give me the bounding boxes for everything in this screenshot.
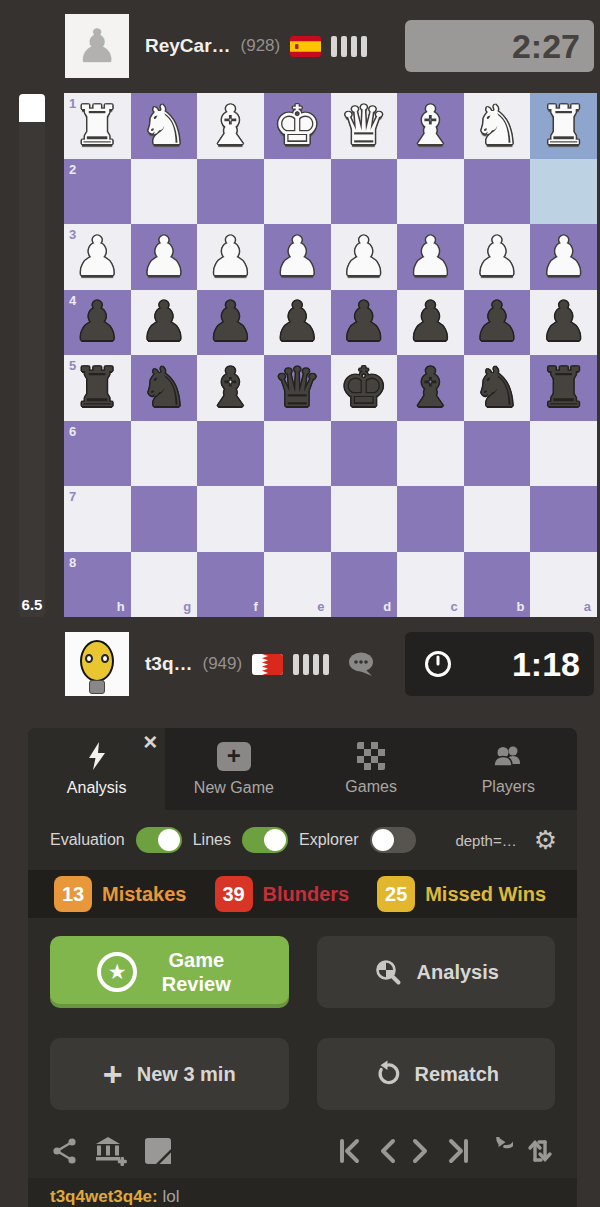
last-move-icon[interactable] — [445, 1137, 471, 1165]
evaluation-toggle-label: Evaluation — [50, 831, 125, 849]
blunders-count-badge: 39 — [215, 876, 253, 912]
square-b7[interactable] — [464, 486, 531, 552]
refresh-icon[interactable] — [485, 1137, 513, 1165]
square-f5[interactable]: ♝ — [197, 355, 264, 421]
white-pawn[interactable]: ♟ — [73, 230, 121, 284]
evaluation-score: 6.5 — [19, 596, 45, 613]
avatar[interactable] — [65, 632, 129, 696]
player-rating: (949) — [203, 654, 243, 674]
square-g3[interactable]: ♟ — [131, 224, 198, 290]
square-h1[interactable]: 1♜ — [64, 93, 131, 159]
bottom-player-row: t3q… (949) — [65, 632, 378, 696]
square-c1[interactable]: ♝ — [397, 93, 464, 159]
square-g5[interactable]: ♞ — [131, 355, 198, 421]
square-a5[interactable]: ♜ — [530, 355, 597, 421]
evaluation-toggle[interactable] — [136, 827, 182, 853]
emoji-avatar-icon — [80, 640, 114, 682]
file-label: b — [516, 599, 524, 614]
missed-wins-count-badge: 25 — [377, 876, 415, 912]
white-pawn[interactable]: ♟ — [539, 230, 587, 284]
square-f7[interactable] — [197, 486, 264, 552]
previous-move-icon[interactable] — [377, 1137, 397, 1165]
chat-message-strip[interactable]: t3q4wet3q4e: lol — [28, 1178, 577, 1207]
player-rating: (928) — [241, 36, 281, 56]
square-e2[interactable] — [264, 159, 331, 225]
square-g6[interactable] — [131, 421, 198, 487]
lightning-icon — [84, 741, 110, 771]
tab-games[interactable]: Games — [303, 728, 440, 810]
square-h3[interactable]: 3♟ — [64, 224, 131, 290]
rematch-button[interactable]: Rematch — [317, 1038, 556, 1110]
square-e3[interactable]: ♟ — [264, 224, 331, 290]
square-d6[interactable] — [331, 421, 398, 487]
square-d2[interactable] — [331, 159, 398, 225]
evaluation-bar: 6.5 — [19, 94, 45, 617]
square-c7[interactable] — [397, 486, 464, 552]
new-game-button[interactable]: + New 3 min — [50, 1038, 289, 1110]
tab-label: Analysis — [67, 779, 127, 797]
square-b5[interactable]: ♞ — [464, 355, 531, 421]
square-a8[interactable]: a — [530, 552, 597, 618]
square-a4[interactable]: ♟ — [530, 290, 597, 356]
file-label: e — [317, 599, 324, 614]
player-name[interactable]: ReyCar… — [145, 35, 231, 57]
rank-label: 4 — [69, 293, 76, 308]
star-icon: ★ — [97, 952, 137, 992]
blunders-label: Blunders — [263, 883, 350, 906]
library-add-icon[interactable] — [95, 1136, 127, 1166]
white-pawn[interactable]: ♟ — [406, 230, 454, 284]
square-a3[interactable]: ♟ — [530, 224, 597, 290]
white-pawn[interactable]: ♟ — [206, 230, 254, 284]
square-c2[interactable] — [397, 159, 464, 225]
white-knight[interactable]: ♞ — [473, 99, 521, 153]
pawn-avatar-icon: ♟ — [76, 19, 117, 73]
depth-setting[interactable]: depth=… — [455, 832, 516, 849]
evaluation-bar-white-part — [19, 94, 45, 122]
tab-label: Players — [482, 778, 535, 796]
chat-message: lol — [162, 1187, 179, 1206]
square-b2[interactable] — [464, 159, 531, 225]
connection-bars-icon — [293, 654, 329, 675]
file-label: c — [451, 599, 458, 614]
analysis-magnifier-icon — [373, 957, 403, 987]
checkerboard-icon — [357, 742, 385, 770]
file-label: f — [254, 599, 258, 614]
black-pawn[interactable]: ♟ — [273, 295, 321, 349]
explorer-toggle-label: Explorer — [299, 831, 359, 849]
square-d1[interactable]: ♛ — [331, 93, 398, 159]
square-c3[interactable]: ♟ — [397, 224, 464, 290]
tab-new-game[interactable]: + New Game — [165, 728, 302, 810]
black-bishop[interactable]: ♝ — [406, 361, 454, 415]
rank-label: 8 — [69, 555, 76, 570]
square-e7[interactable] — [264, 486, 331, 552]
square-d8[interactable]: d — [331, 552, 398, 618]
white-queen[interactable]: ♛ — [340, 99, 388, 153]
square-g4[interactable]: ♟ — [131, 290, 198, 356]
gear-icon[interactable]: ⚙ — [534, 825, 557, 855]
analysis-label: Analysis — [417, 961, 499, 984]
rank-label: 7 — [69, 489, 76, 504]
file-label: g — [183, 599, 191, 614]
analysis-controls-row: Evaluation Lines Explorer depth=… ⚙ — [28, 810, 577, 870]
square-h7[interactable]: 7 — [64, 486, 131, 552]
square-b1[interactable]: ♞ — [464, 93, 531, 159]
mistakes-count-badge: 13 — [54, 876, 92, 912]
first-move-icon[interactable] — [337, 1137, 363, 1165]
square-e5[interactable]: ♛ — [264, 355, 331, 421]
square-d7[interactable] — [331, 486, 398, 552]
tab-label: Games — [345, 778, 397, 796]
avatar[interactable]: ♟ — [65, 14, 129, 78]
bottom-toolbar — [28, 1110, 577, 1166]
black-rook[interactable]: ♜ — [539, 361, 587, 415]
share-icon[interactable] — [52, 1137, 78, 1165]
primary-buttons-row: ★ Game Review Analysis — [28, 918, 577, 1008]
player-name[interactable]: t3q… — [145, 653, 193, 675]
explorer-toggle[interactable] — [370, 827, 416, 853]
top-clock-time: 2:27 — [512, 27, 594, 66]
black-king[interactable]: ♚ — [340, 361, 388, 415]
square-d4[interactable]: ♟ — [331, 290, 398, 356]
new-game-label: New 3 min — [137, 1063, 236, 1086]
plus-square-icon: + — [217, 742, 251, 771]
file-label: h — [117, 599, 125, 614]
square-a1[interactable]: ♜ — [530, 93, 597, 159]
square-f2[interactable] — [197, 159, 264, 225]
black-pawn[interactable]: ♟ — [340, 295, 388, 349]
square-f6[interactable] — [197, 421, 264, 487]
square-a2[interactable] — [530, 159, 597, 225]
clock-icon — [423, 649, 453, 679]
black-pawn[interactable]: ♟ — [140, 295, 188, 349]
white-rook[interactable]: ♜ — [73, 99, 121, 153]
rank-label: 6 — [69, 424, 76, 439]
close-icon[interactable]: × — [143, 730, 157, 754]
square-h4[interactable]: 4♟ — [64, 290, 131, 356]
square-c4[interactable]: ♟ — [397, 290, 464, 356]
square-d5[interactable]: ♚ — [331, 355, 398, 421]
tab-label: New Game — [194, 779, 274, 797]
white-pawn[interactable]: ♟ — [340, 230, 388, 284]
white-knight[interactable]: ♞ — [140, 99, 188, 153]
analysis-panel: × Analysis + New Game — [28, 728, 577, 1207]
tab-analysis[interactable]: × Analysis — [28, 728, 165, 810]
black-pawn[interactable]: ♟ — [406, 295, 454, 349]
white-rook[interactable]: ♜ — [539, 99, 587, 153]
game-review-button[interactable]: ★ Game Review — [50, 936, 289, 1008]
connection-bars-icon — [331, 36, 367, 57]
top-player-row: ♟ ReyCar… (928) — [65, 14, 367, 78]
rematch-icon — [373, 1060, 401, 1088]
square-h5[interactable]: 5♜ — [64, 355, 131, 421]
black-rook[interactable]: ♜ — [73, 361, 121, 415]
analysis-button[interactable]: Analysis — [317, 936, 556, 1008]
square-g2[interactable] — [131, 159, 198, 225]
rank-label: 1 — [69, 96, 76, 111]
square-b3[interactable]: ♟ — [464, 224, 531, 290]
black-queen[interactable]: ♛ — [273, 361, 321, 415]
rank-label: 2 — [69, 162, 76, 177]
square-f1[interactable]: ♝ — [197, 93, 264, 159]
lines-toggle-label: Lines — [193, 831, 231, 849]
square-f4[interactable]: ♟ — [197, 290, 264, 356]
mistakes-label: Mistakes — [102, 883, 187, 906]
square-h8[interactable]: 8h — [64, 552, 131, 618]
white-bishop[interactable]: ♝ — [406, 99, 454, 153]
square-g1[interactable]: ♞ — [131, 93, 198, 159]
flip-board-icon[interactable] — [527, 1137, 553, 1165]
white-king[interactable]: ♚ — [273, 99, 321, 153]
top-player-clock: 2:27 — [405, 20, 594, 72]
black-pawn[interactable]: ♟ — [73, 295, 121, 349]
square-b8[interactable]: b — [464, 552, 531, 618]
tab-strip: × Analysis + New Game — [28, 728, 577, 810]
tab-players[interactable]: Players — [440, 728, 577, 810]
black-bishop[interactable]: ♝ — [206, 361, 254, 415]
square-h2[interactable]: 2 — [64, 159, 131, 225]
next-move-icon[interactable] — [411, 1137, 431, 1165]
players-icon — [492, 742, 524, 770]
game-stats-row: 13 Mistakes 39 Blunders 25 Missed Wins — [28, 870, 577, 918]
square-c5[interactable]: ♝ — [397, 355, 464, 421]
black-pawn[interactable]: ♟ — [473, 295, 521, 349]
rank-label: 5 — [69, 358, 76, 373]
square-e1[interactable]: ♚ — [264, 93, 331, 159]
square-c6[interactable] — [397, 421, 464, 487]
square-c8[interactable]: c — [397, 552, 464, 618]
square-e8[interactable]: e — [264, 552, 331, 618]
bahrain-flag-icon — [252, 654, 283, 675]
black-knight[interactable]: ♞ — [473, 361, 521, 415]
white-bishop[interactable]: ♝ — [206, 99, 254, 153]
secondary-buttons-row: + New 3 min Rematch — [28, 1008, 577, 1110]
square-a6[interactable] — [530, 421, 597, 487]
bottom-clock-time: 1:18 — [512, 645, 580, 684]
square-e6[interactable] — [264, 421, 331, 487]
bottom-player-clock: 1:18 — [405, 632, 594, 696]
lines-toggle[interactable] — [242, 827, 288, 853]
chess-board[interactable]: 1♜♞♝♚♛♝♞♜23♟♟♟♟♟♟♟♟4♟♟♟♟♟♟♟♟5♜♞♝♛♚♝♞♜678… — [64, 93, 597, 617]
square-g7[interactable] — [131, 486, 198, 552]
square-h6[interactable]: 6 — [64, 421, 131, 487]
chat-bubble-icon[interactable] — [347, 651, 378, 678]
square-a7[interactable] — [530, 486, 597, 552]
spain-flag-icon — [290, 36, 321, 57]
rematch-label: Rematch — [415, 1063, 499, 1086]
white-pawn[interactable]: ♟ — [473, 230, 521, 284]
file-label: d — [383, 599, 391, 614]
image-icon[interactable] — [144, 1136, 172, 1166]
square-f8[interactable]: f — [197, 552, 264, 618]
chat-username: t3q4wet3q4e: — [50, 1187, 158, 1206]
black-knight[interactable]: ♞ — [140, 361, 188, 415]
square-b4[interactable]: ♟ — [464, 290, 531, 356]
square-e4[interactable]: ♟ — [264, 290, 331, 356]
missed-wins-label: Missed Wins — [425, 883, 546, 906]
white-pawn[interactable]: ♟ — [140, 230, 188, 284]
square-d3[interactable]: ♟ — [331, 224, 398, 290]
file-label: a — [584, 599, 591, 614]
black-pawn[interactable]: ♟ — [539, 295, 587, 349]
game-review-label: Game Review — [151, 948, 241, 996]
black-pawn[interactable]: ♟ — [206, 295, 254, 349]
white-pawn[interactable]: ♟ — [273, 230, 321, 284]
rank-label: 3 — [69, 227, 76, 242]
square-g8[interactable]: g — [131, 552, 198, 618]
square-f3[interactable]: ♟ — [197, 224, 264, 290]
square-b6[interactable] — [464, 421, 531, 487]
